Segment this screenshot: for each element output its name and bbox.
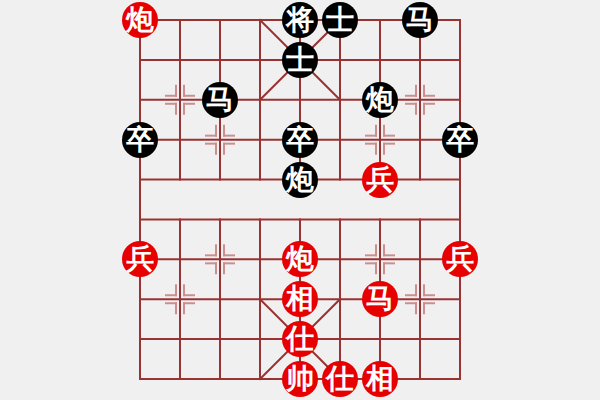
xiangqi-screenshot-root: 炮将士马士马炮卒卒卒炮兵兵炮兵相马仕帅仕相 (0, 0, 600, 400)
red-advisor[interactable]: 仕 (282, 321, 318, 357)
red-horse[interactable]: 马 (362, 281, 398, 317)
red-soldier[interactable]: 兵 (122, 241, 158, 277)
red-cannon[interactable]: 炮 (122, 2, 158, 38)
black-advisor[interactable]: 士 (282, 42, 318, 78)
red-cannon[interactable]: 炮 (282, 241, 318, 277)
black-horse[interactable]: 马 (402, 2, 438, 38)
black-advisor[interactable]: 士 (322, 2, 358, 38)
red-soldier[interactable]: 兵 (442, 241, 478, 277)
black-soldier[interactable]: 卒 (442, 122, 478, 158)
red-elephant[interactable]: 相 (282, 281, 318, 317)
red-general[interactable]: 帅 (282, 361, 318, 397)
black-horse[interactable]: 马 (202, 82, 238, 118)
black-cannon[interactable]: 炮 (362, 82, 398, 118)
black-soldier[interactable]: 卒 (122, 122, 158, 158)
black-general[interactable]: 将 (282, 2, 318, 38)
red-elephant[interactable]: 相 (362, 361, 398, 397)
pieces-layer: 炮将士马士马炮卒卒卒炮兵兵炮兵相马仕帅仕相 (0, 0, 600, 400)
red-advisor[interactable]: 仕 (322, 361, 358, 397)
black-cannon[interactable]: 炮 (282, 162, 318, 198)
red-soldier[interactable]: 兵 (362, 162, 398, 198)
black-soldier[interactable]: 卒 (282, 122, 318, 158)
